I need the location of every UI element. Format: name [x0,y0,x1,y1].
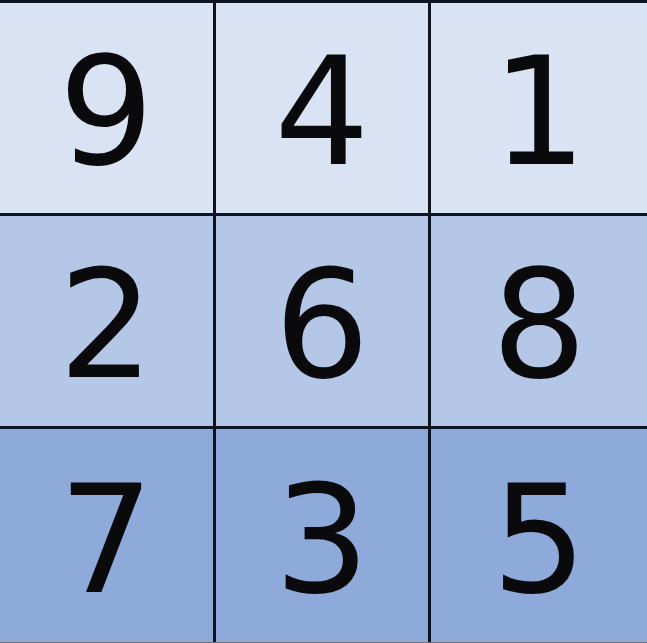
cell-digit: 7 [59,457,154,615]
cell-r0c0: 9 [0,3,216,216]
cell-digit: 3 [274,457,369,615]
cell-digit: 1 [491,29,586,187]
cell-digit: 6 [274,242,369,400]
cell-r1c1: 6 [216,216,432,429]
cell-digit: 4 [274,29,369,187]
cell-r0c2: 1 [431,3,647,216]
cell-r2c0: 7 [0,429,216,642]
number-grid-board: 9 4 1 2 6 8 7 3 5 [0,0,647,643]
cell-digit: 2 [59,242,154,400]
cell-r1c0: 2 [0,216,216,429]
cell-digit: 5 [491,457,586,615]
cell-digit: 9 [59,29,154,187]
cell-r2c1: 3 [216,429,432,642]
cell-r2c2: 5 [431,429,647,642]
cell-digit: 8 [491,242,586,400]
cell-r0c1: 4 [216,3,432,216]
cell-r1c2: 8 [431,216,647,429]
